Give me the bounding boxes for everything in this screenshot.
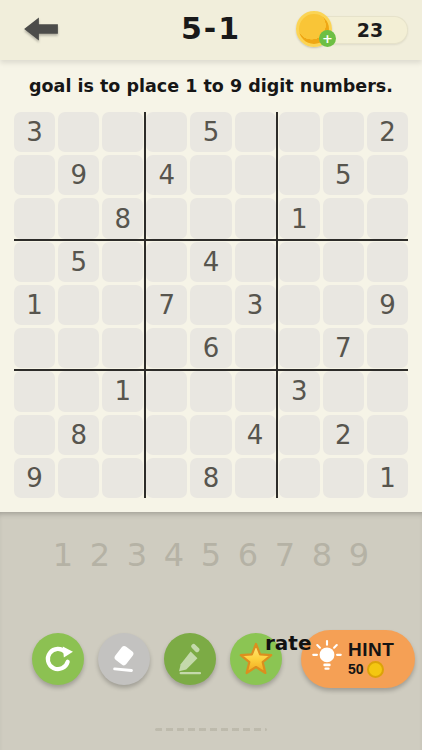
cell-r2c8[interactable]: 5 bbox=[323, 155, 364, 195]
cell-r2c5[interactable] bbox=[190, 155, 231, 195]
cell-r5c8[interactable] bbox=[323, 285, 364, 325]
cell-r6c5[interactable]: 6 bbox=[190, 328, 231, 368]
restart-button[interactable] bbox=[32, 633, 84, 685]
cell-r6c3[interactable] bbox=[102, 328, 143, 368]
cell-r9c6[interactable] bbox=[235, 458, 276, 498]
rate-label: rate bbox=[265, 631, 311, 655]
numpad-2[interactable]: 2 bbox=[87, 536, 113, 574]
cell-r4c4[interactable] bbox=[146, 242, 187, 282]
cell-r2c7[interactable] bbox=[279, 155, 320, 195]
cell-r9c4[interactable] bbox=[146, 458, 187, 498]
cell-r9c3[interactable] bbox=[102, 458, 143, 498]
cell-r5c1[interactable]: 1 bbox=[14, 285, 55, 325]
hint-coin-icon bbox=[367, 661, 384, 678]
cell-r8c3[interactable] bbox=[102, 415, 143, 455]
numpad-4[interactable]: 4 bbox=[161, 536, 187, 574]
pencil-icon bbox=[174, 643, 206, 675]
cell-r4c8[interactable] bbox=[323, 242, 364, 282]
cell-r3c3[interactable]: 8 bbox=[102, 198, 143, 238]
hint-button[interactable]: HINT 50 bbox=[301, 630, 415, 688]
cell-r5c5[interactable] bbox=[190, 285, 231, 325]
numpad-9[interactable]: 9 bbox=[346, 536, 372, 574]
numpad-7[interactable]: 7 bbox=[272, 536, 298, 574]
cell-r8c1[interactable] bbox=[14, 415, 55, 455]
numpad-5[interactable]: 5 bbox=[198, 536, 224, 574]
cell-r4c6[interactable] bbox=[235, 242, 276, 282]
cell-r6c9[interactable] bbox=[367, 328, 408, 368]
cell-r3c1[interactable] bbox=[14, 198, 55, 238]
cell-r6c8[interactable]: 7 bbox=[323, 328, 364, 368]
cell-r5c3[interactable] bbox=[102, 285, 143, 325]
cell-r3c2[interactable] bbox=[58, 198, 99, 238]
cell-r1c4[interactable] bbox=[146, 112, 187, 152]
cell-r4c3[interactable] bbox=[102, 242, 143, 282]
cell-r6c1[interactable] bbox=[14, 328, 55, 368]
cell-r8c5[interactable] bbox=[190, 415, 231, 455]
cell-r8c6[interactable]: 4 bbox=[235, 415, 276, 455]
cell-r3c5[interactable] bbox=[190, 198, 231, 238]
rate-button-wrap: rate bbox=[230, 633, 282, 685]
cell-r7c1[interactable] bbox=[14, 371, 55, 411]
cell-r5c9[interactable]: 9 bbox=[367, 285, 408, 325]
cell-r7c5[interactable] bbox=[190, 371, 231, 411]
cell-r2c6[interactable] bbox=[235, 155, 276, 195]
hint-cost: 50 bbox=[348, 662, 364, 677]
cell-r3c6[interactable] bbox=[235, 198, 276, 238]
cell-r5c7[interactable] bbox=[279, 285, 320, 325]
cell-r7c9[interactable] bbox=[367, 371, 408, 411]
cell-r9c2[interactable] bbox=[58, 458, 99, 498]
home-indicator bbox=[155, 728, 267, 731]
block-line-vertical-2 bbox=[276, 112, 278, 498]
cell-r6c4[interactable] bbox=[146, 328, 187, 368]
coin-counter[interactable]: + 23 bbox=[302, 16, 408, 44]
cell-r6c2[interactable] bbox=[58, 328, 99, 368]
cell-r7c8[interactable] bbox=[323, 371, 364, 411]
toolbar: rate bbox=[0, 630, 422, 688]
block-line-horizontal-1 bbox=[14, 239, 408, 241]
cell-r9c8[interactable] bbox=[323, 458, 364, 498]
numpad-6[interactable]: 6 bbox=[235, 536, 261, 574]
cell-r1c7[interactable] bbox=[279, 112, 320, 152]
cell-r3c9[interactable] bbox=[367, 198, 408, 238]
block-line-horizontal-2 bbox=[14, 369, 408, 371]
cell-r7c3[interactable]: 1 bbox=[102, 371, 143, 411]
back-button[interactable] bbox=[18, 13, 64, 47]
cell-r6c6[interactable] bbox=[235, 328, 276, 368]
cell-r9c7[interactable] bbox=[279, 458, 320, 498]
cell-r8c8[interactable]: 2 bbox=[323, 415, 364, 455]
cell-r8c2[interactable]: 8 bbox=[58, 415, 99, 455]
cell-r7c7[interactable]: 3 bbox=[279, 371, 320, 411]
cell-r5c2[interactable] bbox=[58, 285, 99, 325]
cell-r4c1[interactable] bbox=[14, 242, 55, 282]
cell-r4c9[interactable] bbox=[367, 242, 408, 282]
cell-r6c7[interactable] bbox=[279, 328, 320, 368]
cell-r1c2[interactable] bbox=[58, 112, 99, 152]
cell-r7c2[interactable] bbox=[58, 371, 99, 411]
sudoku-board: 352945815417396713842981 bbox=[14, 112, 408, 498]
eraser-button[interactable] bbox=[98, 633, 150, 685]
eraser-icon bbox=[108, 643, 140, 675]
cell-r2c2[interactable]: 9 bbox=[58, 155, 99, 195]
cell-r5c4[interactable]: 7 bbox=[146, 285, 187, 325]
cell-r1c5[interactable]: 5 bbox=[190, 112, 231, 152]
cell-r3c7[interactable]: 1 bbox=[279, 198, 320, 238]
numpad-1[interactable]: 1 bbox=[50, 536, 76, 574]
cell-r1c3[interactable] bbox=[102, 112, 143, 152]
cell-r8c4[interactable] bbox=[146, 415, 187, 455]
cell-r9c9[interactable]: 1 bbox=[367, 458, 408, 498]
number-pad: 123456789 bbox=[0, 536, 422, 574]
top-bar: 5-1 + 23 bbox=[0, 0, 422, 60]
board-cells: 352945815417396713842981 bbox=[14, 112, 408, 498]
cell-r5c6[interactable]: 3 bbox=[235, 285, 276, 325]
hint-label: HINT bbox=[348, 640, 394, 661]
cell-r2c9[interactable] bbox=[367, 155, 408, 195]
coin-count: 23 bbox=[340, 19, 400, 41]
cell-r8c7[interactable] bbox=[279, 415, 320, 455]
bottom-panel: 123456789 bbox=[0, 512, 422, 750]
pencil-button[interactable] bbox=[164, 633, 216, 685]
cell-r7c6[interactable] bbox=[235, 371, 276, 411]
cell-r9c5[interactable]: 8 bbox=[190, 458, 231, 498]
cell-r4c5[interactable]: 4 bbox=[190, 242, 231, 282]
cell-r8c9[interactable] bbox=[367, 415, 408, 455]
instruction-text: goal is to place 1 to 9 digit numbers. bbox=[0, 60, 422, 112]
cell-r2c1[interactable] bbox=[14, 155, 55, 195]
cell-r1c1[interactable]: 3 bbox=[14, 112, 55, 152]
level-title: 5-1 bbox=[181, 11, 241, 46]
cell-r2c3[interactable] bbox=[102, 155, 143, 195]
cell-r4c7[interactable] bbox=[279, 242, 320, 282]
app-screen: 5-1 + 23 goal is to place 1 to 9 digit n… bbox=[0, 0, 422, 750]
cell-r9c1[interactable]: 9 bbox=[14, 458, 55, 498]
back-arrow-icon bbox=[22, 14, 60, 44]
numpad-3[interactable]: 3 bbox=[124, 536, 150, 574]
numpad-8[interactable]: 8 bbox=[309, 536, 335, 574]
cell-r4c2[interactable]: 5 bbox=[58, 242, 99, 282]
cell-r1c6[interactable] bbox=[235, 112, 276, 152]
cell-r3c8[interactable] bbox=[323, 198, 364, 238]
hint-bulb-icon bbox=[311, 640, 343, 679]
cell-r2c4[interactable]: 4 bbox=[146, 155, 187, 195]
cell-r1c9[interactable]: 2 bbox=[367, 112, 408, 152]
add-coins-icon[interactable]: + bbox=[319, 30, 336, 47]
main-area: goal is to place 1 to 9 digit numbers. 3… bbox=[0, 60, 422, 498]
cell-r3c4[interactable] bbox=[146, 198, 187, 238]
coin-icon: + bbox=[296, 11, 332, 47]
block-line-vertical-1 bbox=[144, 112, 146, 498]
cell-r1c8[interactable] bbox=[323, 112, 364, 152]
cell-r7c4[interactable] bbox=[146, 371, 187, 411]
restart-icon bbox=[42, 643, 74, 675]
